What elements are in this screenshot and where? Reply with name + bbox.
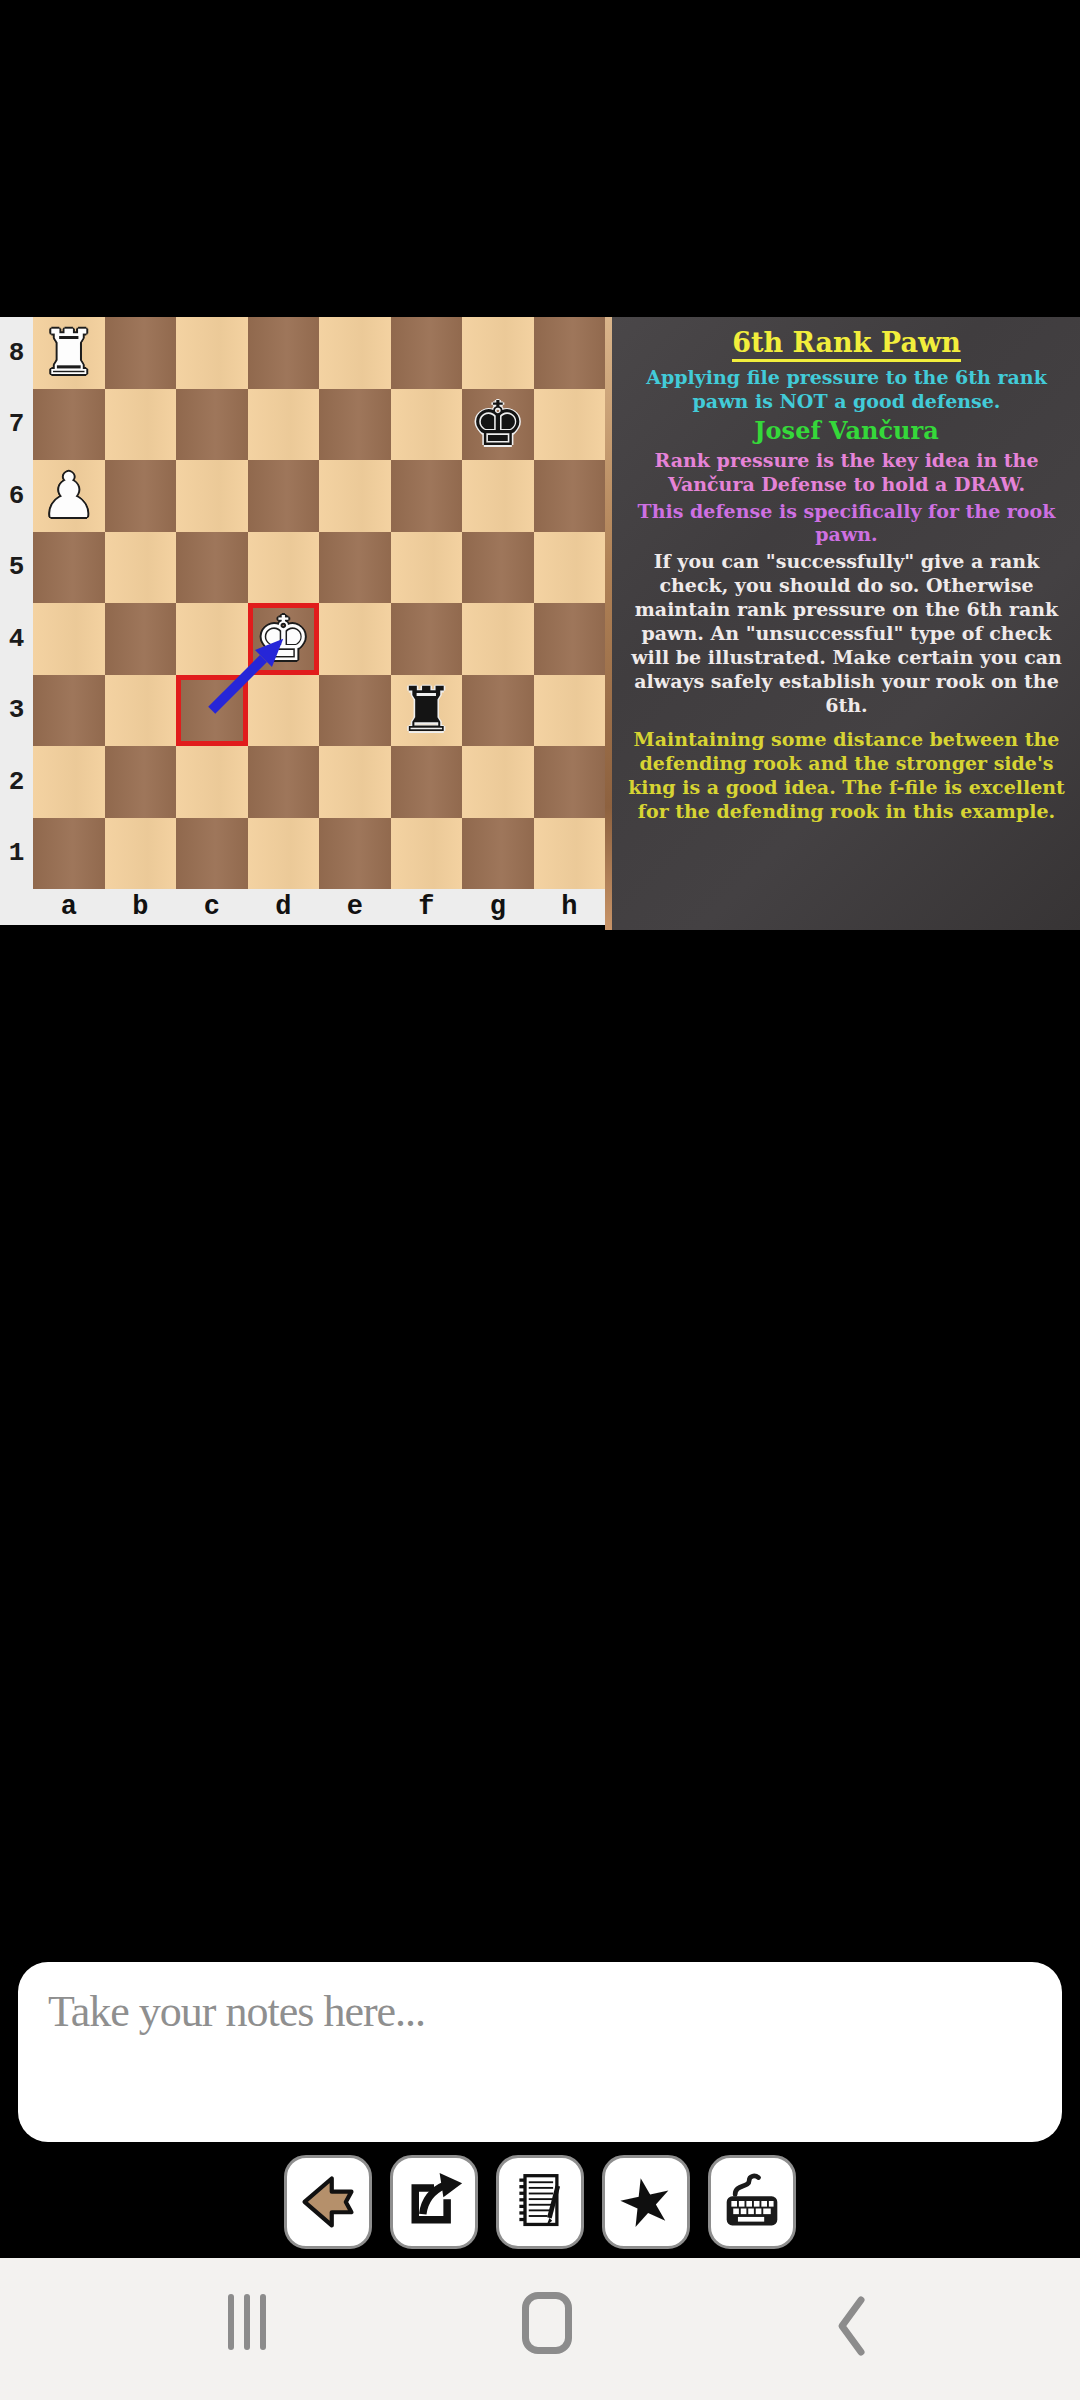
file-label-b: b	[105, 889, 177, 925]
square-g4[interactable]	[462, 603, 534, 675]
square-e4[interactable]	[319, 603, 391, 675]
square-c4[interactable]	[176, 603, 248, 675]
square-a8[interactable]: ♜	[33, 317, 105, 389]
white-king[interactable]: ♚	[255, 608, 311, 670]
square-a3[interactable]	[33, 675, 105, 747]
rank-label-2: 2	[0, 746, 33, 818]
square-g5[interactable]	[462, 532, 534, 604]
square-g6[interactable]	[462, 460, 534, 532]
square-a4[interactable]	[33, 603, 105, 675]
square-b5[interactable]	[105, 532, 177, 604]
home-button[interactable]	[522, 2292, 572, 2354]
back-chevron-icon	[834, 2294, 868, 2358]
file-label-d: d	[248, 889, 320, 925]
rank-label-5: 5	[0, 532, 33, 604]
favorite-button[interactable]: ★	[602, 2155, 690, 2249]
keyboard-button[interactable]	[708, 2155, 796, 2249]
square-f6[interactable]	[391, 460, 463, 532]
square-b2[interactable]	[105, 746, 177, 818]
square-h2[interactable]	[534, 746, 606, 818]
lesson-paragraph-distance: Maintaining some distance between the de…	[621, 728, 1072, 824]
square-c8[interactable]	[176, 317, 248, 389]
square-b3[interactable]	[105, 675, 177, 747]
file-label-f: f	[391, 889, 463, 925]
keyboard-icon	[722, 2171, 782, 2234]
square-d4[interactable]: ♚	[248, 603, 320, 675]
white-rook[interactable]: ♜	[41, 322, 97, 384]
square-g2[interactable]	[462, 746, 534, 818]
chess-board-panel: 87654321 ♜♚♟♚♜ abcdefgh	[0, 317, 605, 930]
square-b1[interactable]	[105, 818, 177, 890]
android-nav-bar	[0, 2258, 1080, 2400]
square-a7[interactable]	[33, 389, 105, 461]
square-d7[interactable]	[248, 389, 320, 461]
square-b4[interactable]	[105, 603, 177, 675]
square-g1[interactable]	[462, 818, 534, 890]
square-d6[interactable]	[248, 460, 320, 532]
back-arrow-icon	[298, 2171, 358, 2234]
square-b8[interactable]	[105, 317, 177, 389]
lesson-paragraph-rank-check: If you can "successfully" give a rank ch…	[621, 550, 1072, 718]
square-f5[interactable]	[391, 532, 463, 604]
black-king[interactable]: ♚	[470, 393, 526, 455]
square-d8[interactable]	[248, 317, 320, 389]
file-label-h: h	[534, 889, 606, 925]
square-f1[interactable]	[391, 818, 463, 890]
black-rook[interactable]: ♜	[398, 679, 454, 741]
notes-button[interactable]	[496, 2155, 584, 2249]
rank-label-7: 7	[0, 389, 33, 461]
square-a1[interactable]	[33, 818, 105, 890]
square-a6[interactable]: ♟	[33, 460, 105, 532]
square-h4[interactable]	[534, 603, 606, 675]
square-h1[interactable]	[534, 818, 606, 890]
white-pawn[interactable]: ♟	[41, 465, 97, 527]
lesson-video-frame: 87654321 ♜♚♟♚♜ abcdefgh 6th Rank Pawn Ap…	[0, 317, 1080, 930]
notepad-icon	[510, 2171, 570, 2234]
rank-label-1: 1	[0, 818, 33, 890]
lesson-panel: 6th Rank Pawn Applying file pressure to …	[605, 317, 1080, 930]
square-h7[interactable]	[534, 389, 606, 461]
square-e5[interactable]	[319, 532, 391, 604]
square-d5[interactable]	[248, 532, 320, 604]
recents-icon	[228, 2294, 234, 2350]
square-b6[interactable]	[105, 460, 177, 532]
lesson-title: 6th Rank Pawn	[732, 327, 961, 362]
back-button[interactable]	[284, 2155, 372, 2249]
square-e2[interactable]	[319, 746, 391, 818]
recents-button[interactable]	[228, 2294, 266, 2350]
toolbar: ★	[0, 2155, 1080, 2249]
square-e1[interactable]	[319, 818, 391, 890]
square-c6[interactable]	[176, 460, 248, 532]
square-f7[interactable]	[391, 389, 463, 461]
share-button[interactable]	[390, 2155, 478, 2249]
square-d3[interactable]	[248, 675, 320, 747]
square-a2[interactable]	[33, 746, 105, 818]
square-f3[interactable]: ♜	[391, 675, 463, 747]
lesson-paragraph-rook-pawn: This defense is specifically for the roo…	[621, 500, 1072, 548]
square-e8[interactable]	[319, 317, 391, 389]
square-e3[interactable]	[319, 675, 391, 747]
square-e7[interactable]	[319, 389, 391, 461]
nav-back-button[interactable]	[834, 2294, 868, 2362]
square-h5[interactable]	[534, 532, 606, 604]
square-h3[interactable]	[534, 675, 606, 747]
notes-input[interactable]	[18, 1962, 1062, 2142]
file-label-c: c	[176, 889, 248, 925]
square-d1[interactable]	[248, 818, 320, 890]
square-h8[interactable]	[534, 317, 606, 389]
rank-label-4: 4	[0, 603, 33, 675]
lesson-paragraph-rank-pressure: Rank pressure is the key idea in the Van…	[621, 449, 1072, 497]
chalkboard-edge	[605, 317, 612, 930]
square-f4[interactable]	[391, 603, 463, 675]
square-f2[interactable]	[391, 746, 463, 818]
square-c3[interactable]	[176, 675, 248, 747]
rank-label-3: 3	[0, 675, 33, 747]
square-h6[interactable]	[534, 460, 606, 532]
rank-label-8: 8	[0, 317, 33, 389]
square-a5[interactable]	[33, 532, 105, 604]
square-c2[interactable]	[176, 746, 248, 818]
square-d2[interactable]	[248, 746, 320, 818]
square-c1[interactable]	[176, 818, 248, 890]
square-g7[interactable]: ♚	[462, 389, 534, 461]
square-c7[interactable]	[176, 389, 248, 461]
board[interactable]: ♜♚♟♚♜	[33, 317, 605, 889]
lesson-paragraph-file-pressure: Applying file pressure to the 6th rank p…	[621, 366, 1072, 414]
rank-labels: 87654321	[0, 317, 33, 889]
file-labels: abcdefgh	[0, 889, 605, 925]
square-f8[interactable]	[391, 317, 463, 389]
square-g3[interactable]	[462, 675, 534, 747]
star-icon: ★	[611, 2165, 680, 2240]
square-g8[interactable]	[462, 317, 534, 389]
square-c5[interactable]	[176, 532, 248, 604]
square-e6[interactable]	[319, 460, 391, 532]
rank-label-6: 6	[0, 460, 33, 532]
file-label-a: a	[33, 889, 105, 925]
file-label-g: g	[462, 889, 534, 925]
file-label-e: e	[319, 889, 391, 925]
lesson-author: Josef Vančura	[621, 417, 1072, 446]
square-b7[interactable]	[105, 389, 177, 461]
share-icon	[404, 2171, 464, 2234]
